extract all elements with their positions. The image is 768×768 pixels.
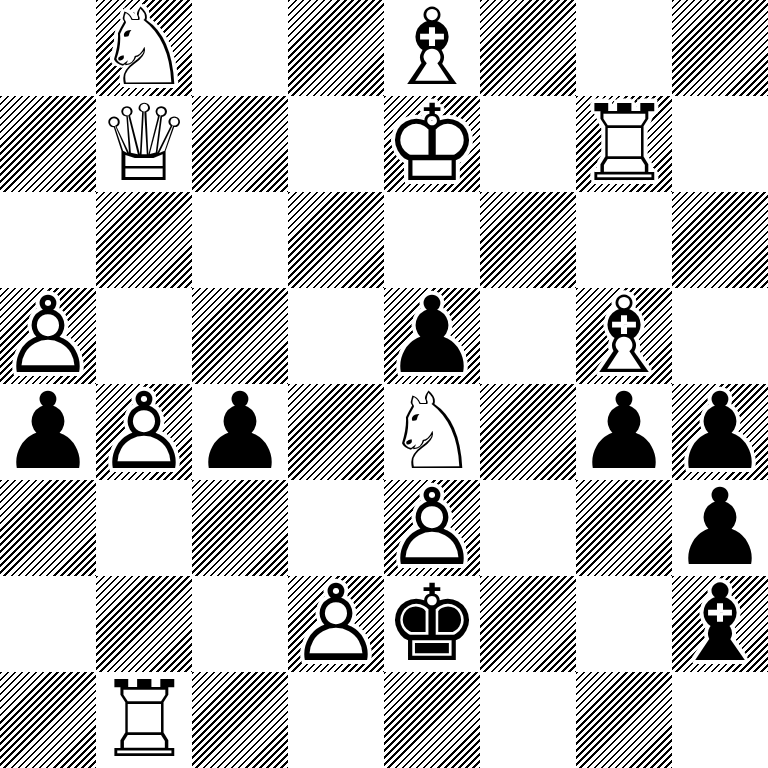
square-b6[interactable]: [96, 192, 192, 288]
white-pawn-fill-icon: ♟: [96, 384, 192, 480]
square-c3[interactable]: [192, 480, 288, 576]
square-b2[interactable]: [96, 576, 192, 672]
square-d6[interactable]: [288, 192, 384, 288]
black-pawn-icon: ♟: [0, 384, 96, 480]
white-king-fill-icon: ♚: [384, 96, 480, 192]
black-pawn-icon: ♟: [192, 384, 288, 480]
square-g4[interactable]: ♟: [576, 384, 672, 480]
black-pawn-icon: ♟: [672, 384, 768, 480]
square-e5[interactable]: ♟: [384, 288, 480, 384]
square-g6[interactable]: [576, 192, 672, 288]
black-pawn-icon: ♟: [384, 288, 480, 384]
square-e2[interactable]: ♚: [384, 576, 480, 672]
square-g3[interactable]: [576, 480, 672, 576]
white-rook-icon: ♖: [576, 96, 672, 192]
square-h1[interactable]: [672, 672, 768, 768]
square-e1[interactable]: [384, 672, 480, 768]
white-knight-fill-icon: ♞: [96, 0, 192, 96]
square-f4[interactable]: [480, 384, 576, 480]
square-c5[interactable]: [192, 288, 288, 384]
square-d5[interactable]: [288, 288, 384, 384]
square-c7[interactable]: [192, 96, 288, 192]
square-h2[interactable]: ♝: [672, 576, 768, 672]
square-a5[interactable]: ♟♙: [0, 288, 96, 384]
square-c1[interactable]: [192, 672, 288, 768]
white-king-icon: ♔: [384, 96, 480, 192]
white-bishop-fill-icon: ♝: [384, 0, 480, 96]
white-queen-icon: ♕: [96, 96, 192, 192]
square-c2[interactable]: [192, 576, 288, 672]
white-pawn-icon: ♙: [96, 384, 192, 480]
square-e7[interactable]: ♚♔: [384, 96, 480, 192]
square-g7[interactable]: ♜♖: [576, 96, 672, 192]
white-rook-fill-icon: ♜: [576, 96, 672, 192]
white-pawn-icon: ♙: [0, 288, 96, 384]
piece-black-pawn: ♟: [672, 384, 768, 480]
square-c6[interactable]: [192, 192, 288, 288]
piece-white-pawn: ♟♙: [96, 384, 192, 480]
piece-black-bishop: ♝: [672, 576, 768, 672]
chess-board: ♞♘♝♗♛♕♚♔♜♖♟♙♟♝♗♟♟♙♟♞♘♟♟♟♙♟♟♙♚♝♜♖: [0, 0, 768, 768]
square-b7[interactable]: ♛♕: [96, 96, 192, 192]
black-pawn-icon: ♟: [576, 384, 672, 480]
square-e3[interactable]: ♟♙: [384, 480, 480, 576]
square-h7[interactable]: [672, 96, 768, 192]
square-d4[interactable]: [288, 384, 384, 480]
piece-white-king: ♚♔: [384, 96, 480, 192]
square-d7[interactable]: [288, 96, 384, 192]
white-bishop-fill-icon: ♝: [576, 288, 672, 384]
piece-black-pawn: ♟: [672, 480, 768, 576]
piece-white-knight: ♞♘: [96, 0, 192, 96]
piece-white-queen: ♛♕: [96, 96, 192, 192]
piece-black-pawn: ♟: [576, 384, 672, 480]
square-h8[interactable]: [672, 0, 768, 96]
square-f3[interactable]: [480, 480, 576, 576]
white-knight-icon: ♘: [384, 384, 480, 480]
white-bishop-icon: ♗: [576, 288, 672, 384]
white-queen-fill-icon: ♛: [96, 96, 192, 192]
square-a8[interactable]: [0, 0, 96, 96]
square-f7[interactable]: [480, 96, 576, 192]
piece-white-bishop: ♝♗: [576, 288, 672, 384]
piece-black-pawn: ♟: [192, 384, 288, 480]
square-g8[interactable]: [576, 0, 672, 96]
square-b1[interactable]: ♜♖: [96, 672, 192, 768]
square-a4[interactable]: ♟: [0, 384, 96, 480]
square-a7[interactable]: [0, 96, 96, 192]
black-pawn-icon: ♟: [672, 480, 768, 576]
square-f8[interactable]: [480, 0, 576, 96]
square-d2[interactable]: ♟♙: [288, 576, 384, 672]
square-c4[interactable]: ♟: [192, 384, 288, 480]
square-c8[interactable]: [192, 0, 288, 96]
square-d1[interactable]: [288, 672, 384, 768]
white-pawn-fill-icon: ♟: [384, 480, 480, 576]
piece-white-rook: ♜♖: [576, 96, 672, 192]
square-g1[interactable]: [576, 672, 672, 768]
piece-white-bishop: ♝♗: [384, 0, 480, 96]
white-pawn-fill-icon: ♟: [0, 288, 96, 384]
square-g5[interactable]: ♝♗: [576, 288, 672, 384]
black-king-icon: ♚: [384, 576, 480, 672]
square-b8[interactable]: ♞♘: [96, 0, 192, 96]
square-a1[interactable]: [0, 672, 96, 768]
square-h5[interactable]: [672, 288, 768, 384]
square-f5[interactable]: [480, 288, 576, 384]
square-f2[interactable]: [480, 576, 576, 672]
piece-black-king: ♚: [384, 576, 480, 672]
white-knight-icon: ♘: [96, 0, 192, 96]
square-f1[interactable]: [480, 672, 576, 768]
white-rook-icon: ♖: [96, 672, 192, 768]
square-h6[interactable]: [672, 192, 768, 288]
square-a6[interactable]: [0, 192, 96, 288]
square-e4[interactable]: ♞♘: [384, 384, 480, 480]
square-b4[interactable]: ♟♙: [96, 384, 192, 480]
black-bishop-icon: ♝: [672, 576, 768, 672]
square-a2[interactable]: [0, 576, 96, 672]
white-pawn-icon: ♙: [384, 480, 480, 576]
square-d3[interactable]: [288, 480, 384, 576]
white-pawn-fill-icon: ♟: [288, 576, 384, 672]
square-e6[interactable]: [384, 192, 480, 288]
piece-white-rook: ♜♖: [96, 672, 192, 768]
square-d8[interactable]: [288, 0, 384, 96]
piece-black-pawn: ♟: [0, 384, 96, 480]
white-pawn-icon: ♙: [288, 576, 384, 672]
piece-white-knight: ♞♘: [384, 384, 480, 480]
piece-black-pawn: ♟: [384, 288, 480, 384]
white-rook-fill-icon: ♜: [96, 672, 192, 768]
square-g2[interactable]: [576, 576, 672, 672]
white-knight-fill-icon: ♞: [384, 384, 480, 480]
square-b3[interactable]: [96, 480, 192, 576]
piece-white-pawn: ♟♙: [0, 288, 96, 384]
square-e8[interactable]: ♝♗: [384, 0, 480, 96]
square-b5[interactable]: [96, 288, 192, 384]
square-f6[interactable]: [480, 192, 576, 288]
square-h3[interactable]: ♟: [672, 480, 768, 576]
piece-white-pawn: ♟♙: [384, 480, 480, 576]
square-a3[interactable]: [0, 480, 96, 576]
white-bishop-icon: ♗: [384, 0, 480, 96]
square-h4[interactable]: ♟: [672, 384, 768, 480]
piece-white-pawn: ♟♙: [288, 576, 384, 672]
